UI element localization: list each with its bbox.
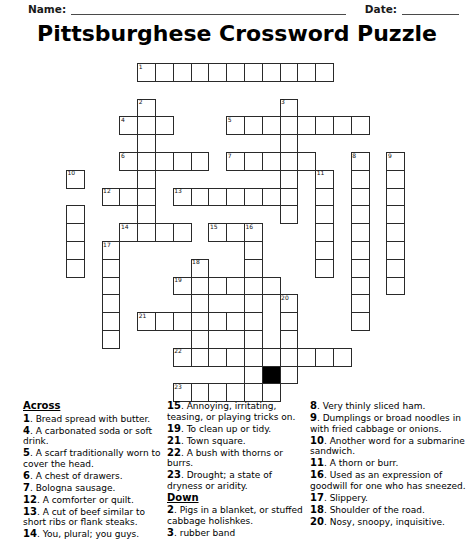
clue-item: 8. Very thinly sliced ham.	[310, 401, 471, 412]
clue-item: 12. A comforter or quilt.	[23, 495, 165, 506]
grid-cell[interactable]	[262, 152, 281, 171]
clue-item: 20. Nosy, snoopy, inquisitive.	[310, 517, 471, 528]
cell-number: 11	[315, 170, 324, 177]
grid-cell[interactable]	[226, 63, 245, 82]
grid-cell[interactable]	[102, 259, 121, 278]
clue-number: 3	[167, 527, 174, 538]
grid-cell[interactable]	[244, 63, 263, 82]
clue-number: 19	[167, 423, 181, 434]
cell-number: 12	[102, 188, 111, 195]
grid-cell[interactable]	[244, 330, 263, 349]
clue-number: 18	[310, 504, 324, 515]
name-date-header: Name: Date:	[28, 3, 459, 15]
clue-number: 23	[167, 469, 181, 480]
grid-cell[interactable]	[244, 348, 263, 367]
clue-column-1: Across 1. Bread spread with butter.4. A …	[23, 401, 165, 541]
grid-cell[interactable]	[333, 348, 352, 367]
cell-number: 20	[280, 294, 289, 301]
date-blank-line[interactable]	[402, 3, 459, 15]
grid-cell[interactable]	[155, 63, 174, 82]
grid-cell[interactable]	[226, 348, 245, 367]
grid-cell[interactable]	[191, 383, 210, 402]
grid-cell[interactable]	[315, 259, 334, 278]
cell-number: 5	[226, 116, 231, 123]
grid-cell[interactable]	[351, 241, 370, 260]
clue-number: 2	[167, 504, 174, 515]
down-header: Down	[167, 493, 305, 504]
cell-number: 18	[191, 259, 200, 266]
clue-number: 15	[167, 400, 181, 411]
page-title: Pittsburghese Crossword Puzzle	[0, 21, 474, 46]
grid-cell[interactable]	[333, 116, 352, 135]
grid-cell[interactable]	[137, 116, 156, 135]
clue-number: 8	[310, 400, 317, 411]
grid-cell[interactable]	[315, 241, 334, 260]
across-header: Across	[23, 401, 165, 412]
clue-number: 13	[23, 506, 37, 517]
grid-cell[interactable]	[315, 188, 334, 207]
clue-number: 1	[23, 413, 30, 424]
grid-cell[interactable]	[102, 312, 121, 331]
cell-number: 22	[173, 348, 182, 355]
grid-cell[interactable]	[262, 383, 281, 402]
clue-number: 9	[310, 412, 317, 423]
grid-cell[interactable]	[137, 152, 156, 171]
grid-cell[interactable]	[280, 134, 299, 153]
name-label: Name:	[28, 3, 66, 15]
grid-cell[interactable]	[280, 348, 299, 367]
grid-cell[interactable]	[244, 259, 263, 278]
grid-cell[interactable]	[297, 63, 316, 82]
cell-number: 8	[351, 152, 356, 159]
grid-cell[interactable]	[244, 277, 263, 296]
grid-cell[interactable]	[226, 383, 245, 402]
grid-cell[interactable]	[351, 312, 370, 331]
grid-cell[interactable]	[280, 152, 299, 171]
grid-cell[interactable]	[226, 277, 245, 296]
grid-cell[interactable]	[280, 188, 299, 207]
crossword-grid: 1234567891011121314151617181920212223	[66, 63, 406, 403]
clue-item: 1. Bread spread with butter.	[23, 414, 165, 425]
cell-number: 14	[119, 223, 128, 230]
grid-cell[interactable]	[386, 170, 405, 189]
grid-cell[interactable]	[155, 312, 174, 331]
grid-cell[interactable]	[262, 277, 281, 296]
grid-cell[interactable]	[262, 116, 281, 135]
clue-item: 4. A carbonated soda or soft drink.	[23, 426, 165, 447]
cell-number: 10	[66, 170, 75, 177]
clue-number: 14	[23, 528, 37, 539]
grid-cell[interactable]	[226, 188, 245, 207]
clue-number: 21	[167, 435, 181, 446]
clue-item: 6. A chest of drawers.	[23, 471, 165, 482]
clue-item: 19. To clean up or tidy.	[167, 424, 305, 435]
cell-number: 13	[173, 188, 182, 195]
grid-cell[interactable]	[351, 170, 370, 189]
grid-cell[interactable]	[386, 205, 405, 224]
grid-cell[interactable]	[244, 188, 263, 207]
grid-cell[interactable]	[155, 116, 174, 135]
grid-cell[interactable]	[208, 348, 227, 367]
grid-cell[interactable]	[244, 383, 263, 402]
grid-cell[interactable]	[297, 152, 316, 171]
clue-item: 17. Slippery.	[310, 493, 471, 504]
grid-cell[interactable]	[137, 205, 156, 224]
grid-cell[interactable]	[351, 116, 370, 135]
grid-cell[interactable]	[102, 330, 121, 349]
grid-cell[interactable]	[315, 63, 334, 82]
grid-cell[interactable]	[315, 348, 334, 367]
clue-number: 17	[310, 492, 324, 503]
clue-item: 5. A scarf traditionally worn to cover t…	[23, 448, 165, 469]
clue-number: 6	[23, 470, 30, 481]
grid-cell[interactable]	[208, 277, 227, 296]
grid-cell[interactable]	[102, 277, 121, 296]
grid-cell[interactable]	[173, 223, 192, 242]
grid-cell[interactable]	[386, 223, 405, 242]
cell-number: 17	[102, 241, 111, 248]
grid-cell[interactable]	[102, 294, 121, 313]
grid-cell[interactable]	[280, 312, 299, 331]
grid-cell[interactable]	[66, 223, 85, 242]
grid-cell[interactable]	[262, 63, 281, 82]
cell-number: 7	[226, 152, 231, 159]
grid-cell[interactable]	[280, 170, 299, 189]
clue-item: 16. Used as an expression of goodwill fo…	[310, 470, 471, 491]
date-label: Date:	[365, 3, 397, 15]
cell-number: 21	[137, 312, 146, 319]
grid-cell[interactable]	[137, 188, 156, 207]
grid-cell[interactable]	[280, 63, 299, 82]
cell-number: 1	[137, 63, 142, 70]
grid-cell[interactable]	[351, 277, 370, 296]
grid-cell[interactable]	[244, 294, 263, 313]
grid-cell[interactable]	[351, 259, 370, 278]
grid-cell[interactable]	[173, 152, 192, 171]
cell-number: 19	[173, 277, 182, 284]
grid-cell[interactable]	[386, 277, 405, 296]
grid-cell[interactable]	[386, 188, 405, 207]
clue-item: 3. rubber band	[167, 528, 305, 539]
cell-number: 4	[119, 116, 124, 123]
grid-cell[interactable]	[173, 63, 192, 82]
grid-cell[interactable]	[191, 294, 210, 313]
grid-cell[interactable]	[280, 116, 299, 135]
grid-cell[interactable]	[155, 152, 174, 171]
grid-cell[interactable]	[208, 188, 227, 207]
grid-cell[interactable]	[262, 188, 281, 207]
grid-cell[interactable]	[244, 241, 263, 260]
clue-number: 10	[310, 435, 324, 446]
grid-cell[interactable]	[137, 223, 156, 242]
grid-cell[interactable]	[191, 348, 210, 367]
grid-cell[interactable]	[280, 330, 299, 349]
clue-item: 10. Another word for a submarine sandwic…	[310, 436, 471, 457]
grid-cell[interactable]	[226, 312, 245, 331]
grid-cell[interactable]	[351, 294, 370, 313]
blocked-cell	[262, 366, 281, 385]
cell-number: 2	[137, 99, 142, 106]
grid-cell[interactable]	[208, 63, 227, 82]
clue-number: 16	[310, 469, 324, 480]
clue-item: 9. Dumplings or broad noodles in with fr…	[310, 413, 471, 434]
grid-cell[interactable]	[386, 241, 405, 260]
clue-item: 13. A cut of beef similar to short ribs …	[23, 507, 165, 528]
name-blank-line[interactable]	[71, 3, 346, 15]
clue-number: 22	[167, 447, 181, 458]
grid-cell[interactable]	[226, 223, 245, 242]
grid-cell[interactable]	[315, 223, 334, 242]
cell-number: 16	[244, 223, 253, 230]
clue-item: 2. Pigs in a blanket, or stuffed cabbage…	[167, 505, 305, 526]
clue-number: 4	[23, 425, 30, 436]
clue-item: 14. You, plural; you guys.	[23, 529, 165, 540]
clue-number: 12	[23, 494, 37, 505]
grid-cell[interactable]	[280, 205, 299, 224]
grid-cell[interactable]	[137, 134, 156, 153]
grid-cell[interactable]	[191, 312, 210, 331]
grid-cell[interactable]	[244, 116, 263, 135]
grid-cell[interactable]	[155, 223, 174, 242]
grid-cell[interactable]	[191, 152, 210, 171]
grid-cell[interactable]	[208, 312, 227, 331]
grid-cell[interactable]	[351, 205, 370, 224]
clue-item: 11. A thorn or burr.	[310, 458, 471, 469]
grid-cell[interactable]	[297, 348, 316, 367]
grid-cell[interactable]	[66, 259, 85, 278]
clue-column-3: 8. Very thinly sliced ham.9. Dumplings o…	[310, 401, 471, 529]
cell-number: 23	[173, 383, 182, 390]
worksheet-page: Name: Date: Pittsburghese Crossword Puzz…	[0, 0, 474, 555]
clue-number: 20	[310, 516, 324, 527]
clue-item: 21. Town square.	[167, 436, 305, 447]
clue-number: 7	[23, 482, 30, 493]
clue-item: 23. Drought; a state of dryness or aridi…	[167, 470, 305, 491]
grid-cell[interactable]	[315, 205, 334, 224]
grid-cell[interactable]	[262, 348, 281, 367]
clue-number: 5	[23, 447, 30, 458]
cell-number: 3	[280, 99, 285, 106]
grid-cell[interactable]	[191, 277, 210, 296]
clue-item: 7. Bologna sausage.	[23, 483, 165, 494]
grid-cell[interactable]	[137, 170, 156, 189]
grid-cell[interactable]	[244, 152, 263, 171]
grid-cell[interactable]	[119, 188, 138, 207]
grid-cell[interactable]	[191, 330, 210, 349]
clue-item: 18. Shoulder of the road.	[310, 505, 471, 516]
grid-cell[interactable]	[351, 223, 370, 242]
cell-number: 6	[119, 152, 124, 159]
clue-number: 11	[310, 457, 324, 468]
grid-cell[interactable]	[315, 116, 334, 135]
grid-cell[interactable]	[244, 366, 263, 385]
grid-cell[interactable]	[191, 188, 210, 207]
cell-number: 9	[386, 152, 391, 159]
grid-cell[interactable]	[66, 241, 85, 260]
grid-cell[interactable]	[297, 116, 316, 135]
clue-item: 22. A bush with thorns or burrs.	[167, 448, 305, 469]
grid-cell[interactable]	[66, 205, 85, 224]
grid-cell[interactable]	[173, 312, 192, 331]
grid-cell[interactable]	[191, 63, 210, 82]
cell-number: 15	[208, 223, 217, 230]
clue-item: 15. Annoying, irritating, teasing, or pl…	[167, 401, 305, 422]
grid-cell[interactable]	[280, 366, 299, 385]
clue-column-2: 15. Annoying, irritating, teasing, or pl…	[167, 401, 305, 540]
grid-cell[interactable]	[351, 188, 370, 207]
grid-cell[interactable]	[244, 312, 263, 331]
grid-cell[interactable]	[208, 383, 227, 402]
grid-cell[interactable]	[386, 259, 405, 278]
